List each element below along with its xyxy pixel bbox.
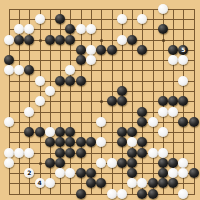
black-stone: 5	[178, 45, 188, 55]
black-stone	[76, 45, 86, 55]
white-stone	[14, 148, 24, 158]
black-stone	[148, 178, 158, 188]
black-stone	[24, 65, 34, 75]
black-stone	[148, 189, 158, 199]
white-stone	[148, 117, 158, 127]
black-stone	[55, 127, 65, 137]
black-stone	[65, 35, 75, 45]
black-stone	[45, 158, 55, 168]
black-stone	[137, 148, 147, 158]
white-stone	[168, 107, 178, 117]
black-stone	[24, 127, 34, 137]
black-stone	[86, 178, 96, 188]
black-stone	[127, 127, 137, 137]
black-stone	[117, 137, 127, 147]
black-stone	[117, 96, 127, 106]
white-stone	[65, 168, 75, 178]
black-stone	[137, 137, 147, 147]
white-stone	[76, 24, 86, 34]
white-stone	[65, 65, 75, 75]
black-stone	[96, 178, 106, 188]
black-stone	[86, 137, 96, 147]
black-stone	[86, 168, 96, 178]
white-stone	[168, 55, 178, 65]
white-stone	[178, 168, 188, 178]
move-number-label: 5	[181, 47, 185, 53]
black-stone	[55, 76, 65, 86]
white-stone	[158, 127, 168, 137]
black-stone	[158, 96, 168, 106]
white-stone	[14, 24, 24, 34]
black-stone	[137, 45, 147, 55]
white-stone	[45, 178, 55, 188]
black-stone	[24, 35, 34, 45]
white-stone	[4, 117, 14, 127]
black-stone	[168, 178, 178, 188]
black-stone	[168, 45, 178, 55]
black-stone	[127, 158, 137, 168]
white-stone	[117, 14, 127, 24]
black-stone	[168, 158, 178, 168]
black-stone	[107, 45, 117, 55]
black-stone	[117, 158, 127, 168]
white-stone	[158, 4, 168, 14]
white-stone	[137, 14, 147, 24]
black-stone	[65, 24, 75, 34]
black-stone	[158, 168, 168, 178]
black-stone	[76, 76, 86, 86]
grid-line-vertical	[194, 9, 195, 195]
black-stone	[127, 35, 137, 45]
white-stone	[178, 189, 188, 199]
black-stone	[65, 127, 75, 137]
hoshi-point	[100, 100, 103, 103]
black-stone	[55, 35, 65, 45]
black-stone	[35, 127, 45, 137]
black-stone	[96, 45, 106, 55]
white-stone	[86, 55, 96, 65]
black-stone	[45, 35, 55, 45]
black-stone	[55, 158, 65, 168]
black-stone	[158, 158, 168, 168]
grid-line-vertical	[142, 9, 143, 195]
black-stone	[137, 107, 147, 117]
black-stone	[158, 24, 168, 34]
white-stone	[178, 55, 188, 65]
go-board[interactable]: 524	[0, 0, 200, 200]
black-stone	[127, 168, 137, 178]
white-stone	[35, 76, 45, 86]
white-stone	[55, 168, 65, 178]
white-stone	[45, 127, 55, 137]
black-stone	[158, 178, 168, 188]
black-stone	[137, 189, 147, 199]
white-stone	[127, 137, 137, 147]
move-number-label: 2	[27, 170, 31, 176]
black-stone	[14, 35, 24, 45]
white-stone: 2	[24, 168, 34, 178]
black-stone	[55, 148, 65, 158]
white-stone	[96, 158, 106, 168]
white-stone	[45, 86, 55, 96]
white-stone	[117, 35, 127, 45]
black-stone	[4, 55, 14, 65]
white-stone	[86, 45, 96, 55]
white-stone	[107, 189, 117, 199]
white-stone: 4	[35, 178, 45, 188]
white-stone	[127, 178, 137, 188]
grid-line-horizontal	[9, 194, 195, 195]
hoshi-point	[39, 39, 42, 42]
black-stone	[107, 96, 117, 106]
black-stone	[45, 137, 55, 147]
black-stone	[55, 137, 65, 147]
white-stone	[4, 35, 14, 45]
black-stone	[76, 137, 86, 147]
white-stone	[96, 117, 106, 127]
black-stone	[137, 117, 147, 127]
white-stone	[24, 148, 34, 158]
go-game-screenshot: 524	[0, 0, 200, 200]
black-stone	[178, 117, 188, 127]
white-stone	[137, 178, 147, 188]
black-stone	[76, 168, 86, 178]
white-stone	[4, 158, 14, 168]
black-stone	[127, 148, 137, 158]
white-stone	[35, 96, 45, 106]
hoshi-point	[39, 162, 42, 165]
black-stone	[189, 117, 199, 127]
white-stone	[117, 189, 127, 199]
white-stone	[86, 24, 96, 34]
black-stone	[189, 168, 199, 178]
white-stone	[35, 14, 45, 24]
white-stone	[4, 148, 14, 158]
black-stone	[55, 14, 65, 24]
black-stone	[117, 127, 127, 137]
white-stone	[158, 148, 168, 158]
black-stone	[117, 86, 127, 96]
white-stone	[4, 65, 14, 75]
white-stone	[107, 158, 117, 168]
white-stone	[96, 137, 106, 147]
black-stone	[76, 148, 86, 158]
black-stone	[168, 96, 178, 106]
black-stone	[65, 137, 75, 147]
black-stone	[65, 148, 75, 158]
white-stone	[178, 76, 188, 86]
white-stone	[14, 65, 24, 75]
white-stone	[148, 148, 158, 158]
hoshi-point	[162, 39, 165, 42]
black-stone	[65, 76, 75, 86]
black-stone	[76, 55, 86, 65]
move-number-label: 4	[37, 180, 41, 186]
black-stone	[76, 189, 86, 199]
grid-line-vertical	[153, 9, 154, 195]
white-stone	[24, 24, 34, 34]
black-stone	[178, 96, 188, 106]
white-stone	[168, 168, 178, 178]
hoshi-point	[100, 39, 103, 42]
white-stone	[24, 107, 34, 117]
white-stone	[158, 107, 168, 117]
white-stone	[178, 158, 188, 168]
